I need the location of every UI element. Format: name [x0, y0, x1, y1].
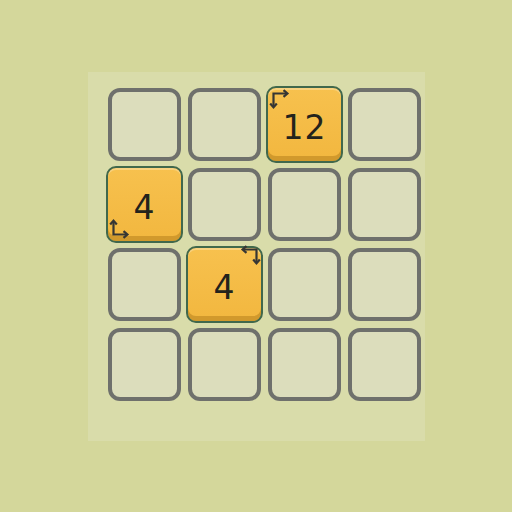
cell-r2c3: [268, 168, 341, 241]
corner-arrow-icon: [240, 245, 261, 266]
tile-value: 12: [283, 106, 327, 144]
puzzle-board[interactable]: 1244: [108, 88, 421, 401]
cell-r1c2: [188, 88, 261, 161]
tile-value: 4: [134, 186, 156, 224]
corner-arrow-icon: [269, 89, 290, 110]
tile-4-r2c1[interactable]: 4: [106, 166, 183, 243]
corner-arrow-icon: [109, 218, 130, 239]
tile-4-r3c2[interactable]: 4: [186, 246, 263, 323]
cell-r3c3: [268, 248, 341, 321]
cell-r1c1: [108, 88, 181, 161]
cell-r1c4: [348, 88, 421, 161]
cell-r3c4: [348, 248, 421, 321]
cell-r2c2: [188, 168, 261, 241]
cell-r4c2: [188, 328, 261, 401]
tile-12-r1c3[interactable]: 12: [266, 86, 343, 163]
cell-r4c1: [108, 328, 181, 401]
cell-r4c4: [348, 328, 421, 401]
tile-value: 4: [214, 266, 236, 304]
cell-r2c4: [348, 168, 421, 241]
cell-r3c1: [108, 248, 181, 321]
cell-r4c3: [268, 328, 341, 401]
